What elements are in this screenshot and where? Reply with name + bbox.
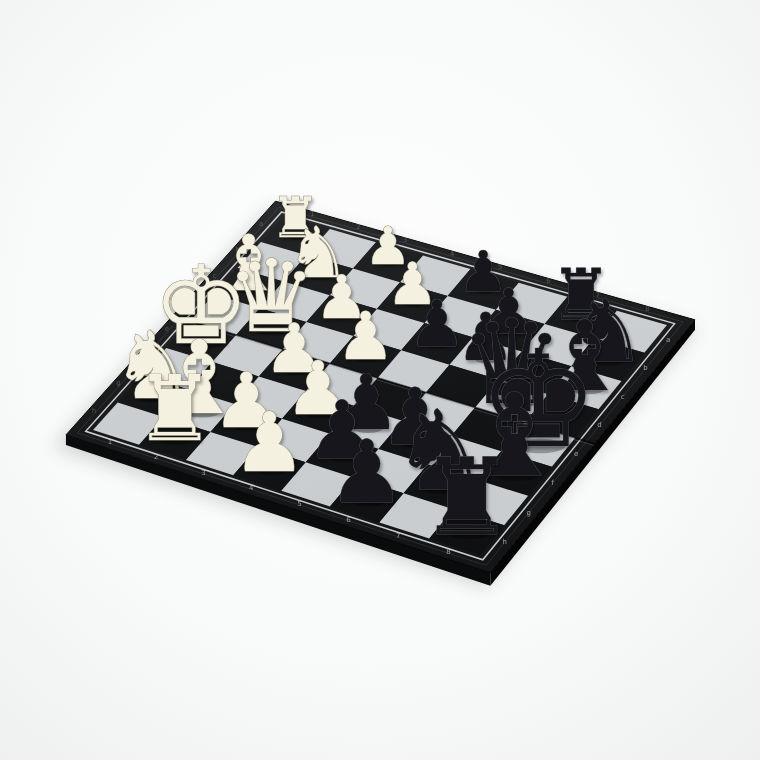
frame-coordinate-label: 2 <box>356 223 360 231</box>
frame-coordinate-label: 5 <box>297 500 301 508</box>
frame-coordinate-label: h <box>92 407 96 415</box>
frame-coordinate-label: 7 <box>396 532 400 540</box>
frame-coordinate-label: 3 <box>201 469 205 477</box>
board-pieces: ♜♟♞♝♟♟♟♜♛♟♚♟♟♟♞♟♝♞♛♝♟♟♟♜♟♚♟♟♝♞♟♜ <box>111 185 646 558</box>
frame-coordinate-label: a <box>666 336 670 344</box>
piece-black-rook-h8: ♜ <box>419 435 514 559</box>
product-photo-stage: 1a1a2b2b3c3c4d4d5e5e6f6f7g7g8h8h♜♟♞♝♟♟♟♜… <box>0 0 760 760</box>
frame-coordinate-label: g <box>527 509 531 517</box>
frame-coordinate-label: 1 <box>108 438 112 446</box>
frame-coordinate-label: 4 <box>450 250 455 258</box>
piece-black-pawn-h6: ♟ <box>328 421 406 522</box>
piece-white-rook-h2: ♜ <box>134 356 215 461</box>
piece-white-pawn-h4: ♟ <box>233 395 307 490</box>
chessboard-photo: 1a1a2b2b3c3c4d4d5e5e6f6f7g7g8h8h♜♟♞♝♟♟♟♜… <box>0 0 760 760</box>
